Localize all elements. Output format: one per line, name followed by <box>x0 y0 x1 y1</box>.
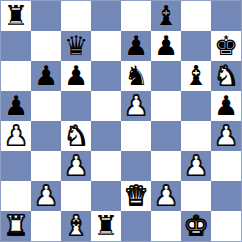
black-bishop-piece: ♝ <box>184 62 208 89</box>
square-g5[interactable] <box>181 91 211 121</box>
square-c5[interactable] <box>61 91 91 121</box>
square-a5[interactable]: ♟ <box>1 91 31 121</box>
square-e5[interactable]: ♟ <box>121 91 151 121</box>
square-e1[interactable] <box>121 211 151 241</box>
square-f6[interactable] <box>151 61 181 91</box>
white-pawn-piece: ♟ <box>214 122 238 149</box>
square-f4[interactable] <box>151 121 181 151</box>
square-h3[interactable] <box>211 151 241 181</box>
square-c4[interactable]: ♞ <box>61 121 91 151</box>
square-d8[interactable] <box>91 1 121 31</box>
square-c6[interactable]: ♟ <box>61 61 91 91</box>
square-b1[interactable] <box>31 211 61 241</box>
black-rook-piece: ♜ <box>94 212 118 239</box>
square-h1[interactable] <box>211 211 241 241</box>
square-b6[interactable]: ♟ <box>31 61 61 91</box>
square-h7[interactable]: ♚ <box>211 31 241 61</box>
black-pawn-piece: ♟ <box>64 62 88 89</box>
white-pawn-piece: ♟ <box>4 122 28 149</box>
square-a6[interactable] <box>1 61 31 91</box>
square-h8[interactable] <box>211 1 241 31</box>
square-f7[interactable]: ♟ <box>151 31 181 61</box>
square-c7[interactable]: ♛ <box>61 31 91 61</box>
black-pawn-piece: ♟ <box>34 62 58 89</box>
black-pawn-piece: ♟ <box>124 32 148 59</box>
square-f1[interactable] <box>151 211 181 241</box>
white-king-piece: ♚ <box>184 212 208 239</box>
square-a4[interactable]: ♟ <box>1 121 31 151</box>
square-b8[interactable] <box>31 1 61 31</box>
square-b5[interactable] <box>31 91 61 121</box>
black-pawn-piece: ♟ <box>4 92 28 119</box>
square-a2[interactable] <box>1 181 31 211</box>
white-pawn-piece: ♟ <box>34 182 58 209</box>
black-rook-piece: ♜ <box>4 2 28 29</box>
square-b4[interactable] <box>31 121 61 151</box>
square-d7[interactable] <box>91 31 121 61</box>
square-d5[interactable] <box>91 91 121 121</box>
square-h2[interactable] <box>211 181 241 211</box>
square-h6[interactable]: ♞ <box>211 61 241 91</box>
square-d3[interactable] <box>91 151 121 181</box>
square-a1[interactable]: ♜ <box>1 211 31 241</box>
square-f5[interactable] <box>151 91 181 121</box>
square-g8[interactable] <box>181 1 211 31</box>
square-e7[interactable]: ♟ <box>121 31 151 61</box>
square-f3[interactable] <box>151 151 181 181</box>
white-queen-piece: ♛ <box>124 182 148 209</box>
black-pawn-piece: ♟ <box>214 92 238 119</box>
square-c1[interactable]: ♝ <box>61 211 91 241</box>
chess-board: ♜♝♛♟♟♚♟♟♞♝♞♟♟♟♟♞♟♟♟♟♛♟♜♝♜♚ <box>0 0 242 242</box>
square-e6[interactable]: ♞ <box>121 61 151 91</box>
square-a8[interactable]: ♜ <box>1 1 31 31</box>
square-g7[interactable] <box>181 31 211 61</box>
square-b7[interactable] <box>31 31 61 61</box>
black-queen-piece: ♛ <box>64 32 88 59</box>
square-e8[interactable] <box>121 1 151 31</box>
square-h5[interactable]: ♟ <box>211 91 241 121</box>
square-a3[interactable] <box>1 151 31 181</box>
square-g1[interactable]: ♚ <box>181 211 211 241</box>
black-bishop-piece: ♝ <box>154 2 178 29</box>
square-g4[interactable] <box>181 121 211 151</box>
square-f2[interactable]: ♟ <box>151 181 181 211</box>
square-e4[interactable] <box>121 121 151 151</box>
square-g2[interactable] <box>181 181 211 211</box>
square-d2[interactable] <box>91 181 121 211</box>
square-d4[interactable] <box>91 121 121 151</box>
white-pawn-piece: ♟ <box>154 182 178 209</box>
square-a7[interactable] <box>1 31 31 61</box>
white-knight-piece: ♞ <box>214 62 238 89</box>
white-rook-piece: ♜ <box>4 212 28 239</box>
square-c2[interactable] <box>61 181 91 211</box>
square-b2[interactable]: ♟ <box>31 181 61 211</box>
black-king-piece: ♚ <box>214 32 238 59</box>
square-d6[interactable] <box>91 61 121 91</box>
black-knight-piece: ♞ <box>124 62 148 89</box>
square-b3[interactable] <box>31 151 61 181</box>
white-bishop-piece: ♝ <box>64 212 88 239</box>
black-pawn-piece: ♟ <box>154 32 178 59</box>
white-knight-piece: ♞ <box>64 122 88 149</box>
square-f8[interactable]: ♝ <box>151 1 181 31</box>
white-pawn-piece: ♟ <box>184 152 208 179</box>
square-g6[interactable]: ♝ <box>181 61 211 91</box>
square-g3[interactable]: ♟ <box>181 151 211 181</box>
square-e2[interactable]: ♛ <box>121 181 151 211</box>
square-d1[interactable]: ♜ <box>91 211 121 241</box>
white-pawn-piece: ♟ <box>124 92 148 119</box>
square-c3[interactable]: ♟ <box>61 151 91 181</box>
square-h4[interactable]: ♟ <box>211 121 241 151</box>
square-e3[interactable] <box>121 151 151 181</box>
white-pawn-piece: ♟ <box>64 152 88 179</box>
chess-board-wrapper: ♜♝♛♟♟♚♟♟♞♝♞♟♟♟♟♞♟♟♟♟♛♟♜♝♜♚ <box>0 0 242 242</box>
square-c8[interactable] <box>61 1 91 31</box>
